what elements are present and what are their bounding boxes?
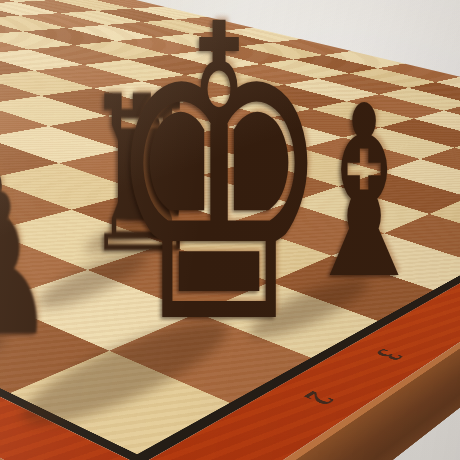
chess-board-3d: 23 bbox=[0, 0, 460, 460]
chessboard-photo: 23 ♟♜♟♝♟♚ bbox=[0, 0, 460, 460]
